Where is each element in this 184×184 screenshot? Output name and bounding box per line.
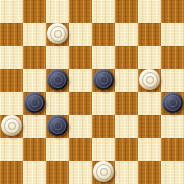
square-f7: [115, 23, 138, 46]
square-c1[interactable]: [46, 161, 69, 184]
square-a1[interactable]: [0, 161, 23, 184]
piece-inner-ring: [54, 76, 62, 84]
square-h2[interactable]: [161, 138, 184, 161]
white-man-e1[interactable]: [93, 161, 114, 182]
piece-inner-ring: [100, 76, 108, 84]
black-man-h4[interactable]: [162, 92, 183, 113]
square-f6[interactable]: [115, 46, 138, 69]
square-d5: [69, 69, 92, 92]
square-d3: [69, 115, 92, 138]
square-f5: [115, 69, 138, 92]
piece-inner-ring: [8, 122, 16, 130]
white-man-g5[interactable]: [139, 69, 160, 90]
square-f2[interactable]: [115, 138, 138, 161]
square-f8[interactable]: [115, 0, 138, 23]
piece-outer-ring: [50, 118, 66, 134]
square-b7: [23, 23, 46, 46]
square-e7[interactable]: [92, 23, 115, 46]
square-e6: [92, 46, 115, 69]
square-c6: [46, 46, 69, 69]
square-h3: [161, 115, 184, 138]
square-b8[interactable]: [23, 0, 46, 23]
square-b4[interactable]: [23, 92, 46, 115]
square-e2: [92, 138, 115, 161]
square-g1[interactable]: [138, 161, 161, 184]
square-g5[interactable]: [138, 69, 161, 92]
square-c3[interactable]: [46, 115, 69, 138]
piece-outer-ring: [142, 72, 158, 88]
square-b5: [23, 69, 46, 92]
square-h4[interactable]: [161, 92, 184, 115]
square-c4: [46, 92, 69, 115]
checkers-board: [0, 0, 184, 184]
square-d7: [69, 23, 92, 46]
black-man-b4[interactable]: [24, 92, 45, 113]
black-man-c3[interactable]: [47, 115, 68, 136]
square-b2[interactable]: [23, 138, 46, 161]
square-d1: [69, 161, 92, 184]
piece-outer-ring: [4, 118, 20, 134]
square-e8: [92, 0, 115, 23]
square-g3[interactable]: [138, 115, 161, 138]
piece-inner-ring: [100, 168, 108, 176]
square-g7[interactable]: [138, 23, 161, 46]
square-f3: [115, 115, 138, 138]
piece-outer-ring: [27, 95, 43, 111]
square-e5[interactable]: [92, 69, 115, 92]
square-a4: [0, 92, 23, 115]
square-c8: [46, 0, 69, 23]
piece-outer-ring: [96, 164, 112, 180]
square-d6[interactable]: [69, 46, 92, 69]
piece-inner-ring: [54, 30, 62, 38]
square-g8: [138, 0, 161, 23]
piece-inner-ring: [169, 99, 177, 107]
square-b6[interactable]: [23, 46, 46, 69]
square-e1[interactable]: [92, 161, 115, 184]
square-b1: [23, 161, 46, 184]
square-a7[interactable]: [0, 23, 23, 46]
square-f4[interactable]: [115, 92, 138, 115]
square-h7: [161, 23, 184, 46]
square-e3[interactable]: [92, 115, 115, 138]
square-c5[interactable]: [46, 69, 69, 92]
square-d4[interactable]: [69, 92, 92, 115]
square-d8[interactable]: [69, 0, 92, 23]
square-d2[interactable]: [69, 138, 92, 161]
square-g4: [138, 92, 161, 115]
square-f1: [115, 161, 138, 184]
piece-inner-ring: [146, 76, 154, 84]
piece-inner-ring: [54, 122, 62, 130]
square-g2: [138, 138, 161, 161]
square-h1: [161, 161, 184, 184]
square-g6: [138, 46, 161, 69]
piece-outer-ring: [50, 26, 66, 42]
white-man-a3[interactable]: [1, 115, 22, 136]
square-e4: [92, 92, 115, 115]
square-a5[interactable]: [0, 69, 23, 92]
square-c7[interactable]: [46, 23, 69, 46]
square-a2: [0, 138, 23, 161]
square-a6: [0, 46, 23, 69]
square-h8[interactable]: [161, 0, 184, 23]
black-man-c5[interactable]: [47, 69, 68, 90]
piece-outer-ring: [165, 95, 181, 111]
square-h5: [161, 69, 184, 92]
piece-inner-ring: [31, 99, 39, 107]
white-man-c7[interactable]: [47, 23, 68, 44]
square-h6[interactable]: [161, 46, 184, 69]
square-c2: [46, 138, 69, 161]
square-b3: [23, 115, 46, 138]
piece-outer-ring: [50, 72, 66, 88]
black-man-e5[interactable]: [93, 69, 114, 90]
piece-outer-ring: [96, 72, 112, 88]
square-a3[interactable]: [0, 115, 23, 138]
square-a8: [0, 0, 23, 23]
